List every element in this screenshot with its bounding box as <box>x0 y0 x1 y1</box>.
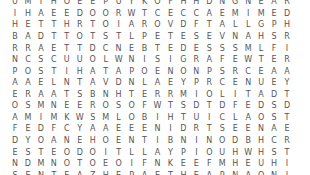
letter-cell-r7c7[interactable]: A <box>86 66 99 78</box>
letter-cell-r12c2[interactable]: E <box>21 124 34 136</box>
letter-cell-r9c5[interactable]: T <box>60 89 73 101</box>
letter-cell-r13c16[interactable]: N <box>203 135 216 147</box>
letter-cell-r4c3[interactable]: D <box>34 31 47 43</box>
letter-cell-r4c4[interactable]: T <box>47 31 60 43</box>
letter-cell-r4c17[interactable]: V <box>216 31 229 43</box>
letter-cell-r10c14[interactable]: S <box>177 101 190 113</box>
letter-cell-r7c1[interactable]: P <box>9 66 22 78</box>
letter-cell-r15c4[interactable]: N <box>47 158 60 170</box>
letter-cell-r15c6[interactable]: T <box>73 158 86 170</box>
letter-cell-r8c6[interactable]: T <box>73 77 86 89</box>
letter-cell-r9c16[interactable]: O <box>203 89 216 101</box>
letter-cell-r9c7[interactable]: B <box>86 89 99 101</box>
letter-cell-r9c12[interactable]: R <box>151 89 164 101</box>
letter-cell-r16c10[interactable]: P <box>125 170 138 175</box>
letter-cell-r11c7[interactable]: S <box>86 112 99 124</box>
letter-cell-r14c13[interactable]: Y <box>164 147 177 159</box>
letter-cell-r8c13[interactable]: E <box>164 77 177 89</box>
letter-cell-r11c17[interactable]: C <box>216 112 229 124</box>
letter-cell-r8c9[interactable]: D <box>112 77 125 89</box>
letter-cell-r11c5[interactable]: K <box>60 112 73 124</box>
letter-cell-r14c4[interactable]: E <box>47 147 60 159</box>
letter-cell-r3c10[interactable]: A <box>125 20 138 32</box>
letter-cell-r13c19[interactable]: B <box>242 135 255 147</box>
letter-cell-r14c14[interactable]: P <box>177 147 190 159</box>
letter-cell-r2c14[interactable]: C <box>177 8 190 20</box>
letter-cell-r3c9[interactable]: I <box>112 20 125 32</box>
letter-cell-r15c21[interactable]: H <box>268 158 281 170</box>
letter-cell-r6c3[interactable]: S <box>34 54 47 66</box>
letter-cell-r4c5[interactable]: T <box>60 31 73 43</box>
letter-cell-r2c16[interactable]: A <box>203 8 216 20</box>
letter-cell-r9c11[interactable]: E <box>138 89 151 101</box>
letter-cell-r6c21[interactable]: E <box>268 54 281 66</box>
letter-cell-r14c6[interactable]: D <box>73 147 86 159</box>
letter-cell-r2c21[interactable]: E <box>268 8 281 20</box>
letter-cell-r2c19[interactable]: I <box>242 8 255 20</box>
letter-cell-r11c15[interactable]: U <box>190 112 203 124</box>
letter-cell-r2c18[interactable]: M <box>229 8 242 20</box>
letter-cell-r6c6[interactable]: U <box>73 54 86 66</box>
letter-cell-r16c18[interactable]: N <box>229 170 242 175</box>
letter-cell-r11c8[interactable]: M <box>99 112 112 124</box>
letter-cell-r16c13[interactable]: T <box>164 170 177 175</box>
letter-cell-r6c8[interactable]: L <box>99 54 112 66</box>
letter-cell-r5c14[interactable]: D <box>177 43 190 55</box>
letter-cell-r8c8[interactable]: V <box>99 77 112 89</box>
letter-cell-r13c20[interactable]: H <box>255 135 268 147</box>
letter-cell-r6c14[interactable]: G <box>177 54 190 66</box>
letter-cell-r4c8[interactable]: S <box>99 31 112 43</box>
letter-cell-r10c5[interactable]: E <box>60 101 73 113</box>
letter-cell-r10c9[interactable]: S <box>112 101 125 113</box>
letter-cell-r1c22[interactable]: R <box>281 0 294 8</box>
letter-cell-r12c8[interactable]: A <box>99 124 112 136</box>
letter-cell-r1c21[interactable]: A <box>268 0 281 8</box>
letter-cell-r14c5[interactable]: O <box>60 147 73 159</box>
letter-cell-r8c11[interactable]: L <box>138 77 151 89</box>
letter-cell-r4c10[interactable]: L <box>125 31 138 43</box>
letter-cell-r1c12[interactable]: O <box>151 0 164 8</box>
letter-cell-r4c21[interactable]: S <box>268 31 281 43</box>
letter-cell-r3c3[interactable]: T <box>34 20 47 32</box>
letter-cell-r13c18[interactable]: D <box>229 135 242 147</box>
letter-cell-r2c6[interactable]: D <box>73 8 86 20</box>
letter-cell-r15c7[interactable]: O <box>86 158 99 170</box>
letter-cell-r11c11[interactable]: B <box>138 112 151 124</box>
letter-cell-r1c7[interactable]: E <box>86 0 99 8</box>
letter-cell-r6c18[interactable]: E <box>229 54 242 66</box>
letter-cell-r7c5[interactable]: I <box>60 66 73 78</box>
letter-cell-r8c22[interactable]: Y <box>281 77 294 89</box>
letter-cell-r9c9[interactable]: H <box>112 89 125 101</box>
letter-cell-r8c15[interactable]: P <box>190 77 203 89</box>
letter-cell-r5c1[interactable]: R <box>9 43 22 55</box>
letter-cell-r6c4[interactable]: C <box>47 54 60 66</box>
letter-cell-r11c12[interactable]: I <box>151 112 164 124</box>
letter-cell-r3c7[interactable]: T <box>86 20 99 32</box>
letter-cell-r3c5[interactable]: H <box>60 20 73 32</box>
letter-cell-r7c14[interactable]: O <box>177 66 190 78</box>
letter-cell-r13c9[interactable]: E <box>112 135 125 147</box>
letter-cell-r14c12[interactable]: A <box>151 147 164 159</box>
letter-cell-r13c17[interactable]: O <box>216 135 229 147</box>
letter-cell-r10c12[interactable]: W <box>151 101 164 113</box>
letter-cell-r11c19[interactable]: A <box>242 112 255 124</box>
letter-cell-r1c8[interactable]: P <box>99 0 112 8</box>
letter-cell-r1c4[interactable]: H <box>47 0 60 8</box>
letter-cell-r5c5[interactable]: T <box>60 43 73 55</box>
letter-cell-r16c3[interactable]: N <box>34 170 47 175</box>
letter-cell-r11c21[interactable]: S <box>268 112 281 124</box>
letter-cell-r4c12[interactable]: E <box>151 31 164 43</box>
letter-cell-r5c13[interactable]: E <box>164 43 177 55</box>
letter-cell-r6c11[interactable]: I <box>138 54 151 66</box>
letter-cell-r10c13[interactable]: T <box>164 101 177 113</box>
letter-cell-r12c11[interactable]: E <box>138 124 151 136</box>
letter-cell-r1c1[interactable]: U <box>9 0 22 8</box>
letter-cell-r5c2[interactable]: R <box>21 43 34 55</box>
letter-cell-r14c18[interactable]: H <box>229 147 242 159</box>
letter-cell-r13c4[interactable]: A <box>47 135 60 147</box>
letter-cell-r11c18[interactable]: L <box>229 112 242 124</box>
letter-cell-r7c16[interactable]: P <box>203 66 216 78</box>
letter-cell-r1c2[interactable]: M <box>21 0 34 8</box>
letter-cell-r3c11[interactable]: R <box>138 20 151 32</box>
letter-cell-r15c11[interactable]: F <box>138 158 151 170</box>
letter-cell-r8c19[interactable]: N <box>242 77 255 89</box>
letter-cell-r15c10[interactable]: I <box>125 158 138 170</box>
letter-cell-r8c5[interactable]: N <box>60 77 73 89</box>
letter-cell-r12c6[interactable]: Y <box>73 124 86 136</box>
letter-cell-r15c2[interactable]: D <box>21 158 34 170</box>
letter-cell-r2c22[interactable]: D <box>281 8 294 20</box>
letter-cell-r12c18[interactable]: E <box>229 124 242 136</box>
letter-cell-r5c8[interactable]: C <box>99 43 112 55</box>
letter-cell-r7c2[interactable]: O <box>21 66 34 78</box>
letter-cell-r13c21[interactable]: C <box>268 135 281 147</box>
letter-cell-r1c6[interactable]: E <box>73 0 86 8</box>
letter-cell-r1c18[interactable]: G <box>229 0 242 8</box>
letter-cell-r8c3[interactable]: E <box>34 77 47 89</box>
letter-cell-r9c3[interactable]: A <box>34 89 47 101</box>
letter-cell-r2c7[interactable]: O <box>86 8 99 20</box>
letter-cell-r10c17[interactable]: D <box>216 101 229 113</box>
letter-cell-r3c14[interactable]: D <box>177 20 190 32</box>
letter-cell-r13c22[interactable]: R <box>281 135 294 147</box>
letter-cell-r13c6[interactable]: E <box>73 135 86 147</box>
letter-cell-r5c17[interactable]: S <box>216 43 229 55</box>
letter-cell-r14c9[interactable]: T <box>112 147 125 159</box>
letter-cell-r16c21[interactable]: N <box>268 170 281 175</box>
letter-cell-r2c5[interactable]: E <box>60 8 73 20</box>
letter-cell-r9c4[interactable]: A <box>47 89 60 101</box>
letter-cell-r5c19[interactable]: M <box>242 43 255 55</box>
letter-cell-r2c10[interactable]: W <box>125 8 138 20</box>
letter-cell-r3c21[interactable]: P <box>268 20 281 32</box>
letter-cell-r6c1[interactable]: N <box>9 54 22 66</box>
letter-cell-r10c7[interactable]: R <box>86 101 99 113</box>
letter-cell-r16c2[interactable]: E <box>21 170 34 175</box>
letter-cell-r13c10[interactable]: N <box>125 135 138 147</box>
letter-cell-r13c15[interactable]: I <box>190 135 203 147</box>
letter-cell-r9c20[interactable]: A <box>255 89 268 101</box>
letter-cell-r1c14[interactable]: H <box>177 0 190 8</box>
letter-cell-r13c13[interactable]: B <box>164 135 177 147</box>
letter-cell-r16c19[interactable]: A <box>242 170 255 175</box>
letter-cell-r4c6[interactable]: O <box>73 31 86 43</box>
letter-cell-r11c10[interactable]: O <box>125 112 138 124</box>
letter-cell-r10c2[interactable]: S <box>21 101 34 113</box>
letter-cell-r6c7[interactable]: O <box>86 54 99 66</box>
letter-cell-r16c11[interactable]: A <box>138 170 151 175</box>
letter-cell-r12c13[interactable]: I <box>164 124 177 136</box>
letter-cell-r10c21[interactable]: S <box>268 101 281 113</box>
letter-cell-r13c8[interactable]: O <box>99 135 112 147</box>
letter-cell-r6c10[interactable]: N <box>125 54 138 66</box>
letter-cell-r8c1[interactable]: A <box>9 77 22 89</box>
letter-cell-r5c9[interactable]: N <box>112 43 125 55</box>
letter-cell-r6c15[interactable]: R <box>190 54 203 66</box>
letter-cell-r5c10[interactable]: E <box>125 43 138 55</box>
letter-cell-r3c4[interactable]: T <box>47 20 60 32</box>
letter-cell-r16c4[interactable]: T <box>47 170 60 175</box>
letter-cell-r12c4[interactable]: F <box>47 124 60 136</box>
letter-cell-r1c3[interactable]: I <box>34 0 47 8</box>
letter-cell-r4c16[interactable]: E <box>203 31 216 43</box>
letter-cell-r8c21[interactable]: E <box>268 77 281 89</box>
letter-cell-r1c16[interactable]: D <box>203 0 216 8</box>
letter-cell-r1c10[interactable]: Y <box>125 0 138 8</box>
letter-cell-r10c6[interactable]: E <box>73 101 86 113</box>
letter-cell-r2c1[interactable]: I <box>9 8 22 20</box>
letter-cell-r6c20[interactable]: T <box>255 54 268 66</box>
letter-cell-r11c6[interactable]: W <box>73 112 86 124</box>
letter-cell-r7c3[interactable]: S <box>34 66 47 78</box>
letter-cell-r5c16[interactable]: S <box>203 43 216 55</box>
letter-cell-r12c22[interactable]: E <box>281 124 294 136</box>
letter-cell-r8c17[interactable]: C <box>216 77 229 89</box>
letter-cell-r7c18[interactable]: R <box>229 66 242 78</box>
letter-cell-r11c22[interactable]: T <box>281 112 294 124</box>
letter-cell-r7c21[interactable]: A <box>268 66 281 78</box>
letter-cell-r10c16[interactable]: T <box>203 101 216 113</box>
letter-cell-r9c14[interactable]: M <box>177 89 190 101</box>
letter-cell-r9c1[interactable]: E <box>9 89 22 101</box>
letter-cell-r3c15[interactable]: F <box>190 20 203 32</box>
letter-cell-r2c17[interactable]: E <box>216 8 229 20</box>
letter-cell-r11c1[interactable]: A <box>9 112 22 124</box>
letter-cell-r5c12[interactable]: T <box>151 43 164 55</box>
letter-cell-r14c17[interactable]: U <box>216 147 229 159</box>
letter-cell-r11c9[interactable]: L <box>112 112 125 124</box>
letter-cell-r16c8[interactable]: H <box>99 170 112 175</box>
letter-cell-r11c3[interactable]: I <box>34 112 47 124</box>
letter-cell-r1c19[interactable]: N <box>242 0 255 8</box>
letter-cell-r16c1[interactable]: S <box>9 170 22 175</box>
letter-cell-r6c16[interactable]: A <box>203 54 216 66</box>
letter-cell-r5c20[interactable]: L <box>255 43 268 55</box>
letter-cell-r12c12[interactable]: N <box>151 124 164 136</box>
letter-cell-r3c20[interactable]: G <box>255 20 268 32</box>
letter-cell-r7c11[interactable]: O <box>138 66 151 78</box>
letter-cell-r1c20[interactable]: E <box>255 0 268 8</box>
letter-cell-r13c11[interactable]: T <box>138 135 151 147</box>
letter-cell-r12c21[interactable]: A <box>268 124 281 136</box>
letter-cell-r3c6[interactable]: R <box>73 20 86 32</box>
letter-cell-r9c19[interactable]: T <box>242 89 255 101</box>
letter-cell-r15c8[interactable]: E <box>99 158 112 170</box>
letter-cell-r8c12[interactable]: A <box>151 77 164 89</box>
letter-cell-r10c22[interactable]: D <box>281 101 294 113</box>
letter-cell-r9c8[interactable]: N <box>99 89 112 101</box>
letter-cell-r5c3[interactable]: A <box>34 43 47 55</box>
letter-cell-r2c15[interactable]: C <box>190 8 203 20</box>
letter-cell-r12c5[interactable]: C <box>60 124 73 136</box>
letter-cell-r4c14[interactable]: E <box>177 31 190 43</box>
letter-cell-r5c4[interactable]: E <box>47 43 60 55</box>
letter-cell-r2c9[interactable]: R <box>112 8 125 20</box>
letter-cell-r4c9[interactable]: T <box>112 31 125 43</box>
letter-cell-r6c22[interactable]: R <box>281 54 294 66</box>
letter-cell-r11c20[interactable]: O <box>255 112 268 124</box>
letter-cell-r7c10[interactable]: P <box>125 66 138 78</box>
letter-cell-r6c2[interactable]: C <box>21 54 34 66</box>
letter-cell-r10c8[interactable]: O <box>99 101 112 113</box>
letter-cell-r4c13[interactable]: T <box>164 31 177 43</box>
letter-cell-r8c7[interactable]: A <box>86 77 99 89</box>
letter-cell-r12c20[interactable]: N <box>255 124 268 136</box>
letter-cell-r9c13[interactable]: R <box>164 89 177 101</box>
letter-cell-r4c18[interactable]: N <box>229 31 242 43</box>
letter-cell-r14c7[interactable]: O <box>86 147 99 159</box>
letter-cell-r8c14[interactable]: Y <box>177 77 190 89</box>
letter-cell-r7c19[interactable]: C <box>242 66 255 78</box>
letter-cell-r13c3[interactable]: O <box>34 135 47 147</box>
letter-cell-r11c2[interactable]: M <box>21 112 34 124</box>
letter-cell-r5c15[interactable]: E <box>190 43 203 55</box>
letter-cell-r3c2[interactable]: E <box>21 20 34 32</box>
letter-cell-r6c12[interactable]: S <box>151 54 164 66</box>
letter-cell-r3c8[interactable]: O <box>99 20 112 32</box>
letter-cell-r9c15[interactable]: I <box>190 89 203 101</box>
letter-cell-r3c19[interactable]: L <box>242 20 255 32</box>
letter-cell-r16c15[interactable]: E <box>190 170 203 175</box>
letter-cell-r16c16[interactable]: A <box>203 170 216 175</box>
letter-cell-r16c14[interactable]: H <box>177 170 190 175</box>
letter-cell-r5c11[interactable]: B <box>138 43 151 55</box>
letter-cell-r9c22[interactable]: T <box>281 89 294 101</box>
letter-cell-r14c1[interactable]: E <box>9 147 22 159</box>
letter-cell-r14c10[interactable]: L <box>125 147 138 159</box>
letter-cell-r6c13[interactable]: I <box>164 54 177 66</box>
letter-cell-r12c16[interactable]: T <box>203 124 216 136</box>
letter-cell-r7c17[interactable]: S <box>216 66 229 78</box>
letter-cell-r15c17[interactable]: M <box>216 158 229 170</box>
letter-cell-r12c17[interactable]: S <box>216 124 229 136</box>
letter-cell-r3c13[interactable]: V <box>164 20 177 32</box>
letter-cell-r15c13[interactable]: K <box>164 158 177 170</box>
letter-cell-r1c5[interactable]: O <box>60 0 73 8</box>
letter-cell-r13c5[interactable]: N <box>60 135 73 147</box>
letter-cell-r12c14[interactable]: D <box>177 124 190 136</box>
letter-cell-r15c18[interactable]: H <box>229 158 242 170</box>
letter-cell-r16c17[interactable]: P <box>216 170 229 175</box>
letter-cell-r1c11[interactable]: K <box>138 0 151 8</box>
letter-cell-r14c3[interactable]: T <box>34 147 47 159</box>
letter-cell-r10c3[interactable]: M <box>34 101 47 113</box>
letter-cell-r11c16[interactable]: I <box>203 112 216 124</box>
letter-cell-r3c12[interactable]: O <box>151 20 164 32</box>
letter-cell-r12c10[interactable]: E <box>125 124 138 136</box>
letter-cell-r6c19[interactable]: W <box>242 54 255 66</box>
letter-cell-r15c3[interactable]: M <box>34 158 47 170</box>
letter-cell-r14c11[interactable]: L <box>138 147 151 159</box>
letter-cell-r3c16[interactable]: T <box>203 20 216 32</box>
letter-cell-r11c14[interactable]: T <box>177 112 190 124</box>
letter-cell-r1c17[interactable]: N <box>216 0 229 8</box>
letter-cell-r9c21[interactable]: D <box>268 89 281 101</box>
letter-cell-r10c4[interactable]: N <box>47 101 60 113</box>
letter-cell-r3c17[interactable]: A <box>216 20 229 32</box>
letter-cell-r13c12[interactable]: I <box>151 135 164 147</box>
letter-cell-r15c14[interactable]: E <box>177 158 190 170</box>
letter-cell-r4c15[interactable]: S <box>190 31 203 43</box>
letter-cell-r2c3[interactable]: A <box>34 8 47 20</box>
letter-cell-r7c8[interactable]: T <box>99 66 112 78</box>
letter-cell-r8c2[interactable]: A <box>21 77 34 89</box>
letter-cell-r7c13[interactable]: N <box>164 66 177 78</box>
letter-cell-r16c9[interactable]: E <box>112 170 125 175</box>
letter-cell-r5c6[interactable]: T <box>73 43 86 55</box>
letter-cell-r12c3[interactable]: D <box>34 124 47 136</box>
letter-cell-r15c19[interactable]: E <box>242 158 255 170</box>
letter-cell-r7c20[interactable]: E <box>255 66 268 78</box>
letter-cell-r7c22[interactable]: A <box>281 66 294 78</box>
letter-cell-r6c17[interactable]: F <box>216 54 229 66</box>
letter-cell-r9c6[interactable]: S <box>73 89 86 101</box>
letter-cell-r4c7[interactable]: T <box>86 31 99 43</box>
letter-cell-r3c22[interactable]: H <box>281 20 294 32</box>
letter-cell-r14c21[interactable]: S <box>268 147 281 159</box>
letter-cell-r7c15[interactable]: N <box>190 66 203 78</box>
letter-cell-r2c8[interactable]: O <box>99 8 112 20</box>
letter-cell-r16c6[interactable]: A <box>73 170 86 175</box>
letter-cell-r7c9[interactable]: A <box>112 66 125 78</box>
letter-cell-r10c11[interactable]: F <box>138 101 151 113</box>
letter-cell-r15c20[interactable]: U <box>255 158 268 170</box>
letter-cell-r12c1[interactable]: F <box>9 124 22 136</box>
letter-cell-r12c19[interactable]: E <box>242 124 255 136</box>
letter-cell-r14c19[interactable]: W <box>242 147 255 159</box>
letter-cell-r4c22[interactable]: R <box>281 31 294 43</box>
letter-cell-r9c10[interactable]: T <box>125 89 138 101</box>
letter-cell-r9c18[interactable]: I <box>229 89 242 101</box>
letter-cell-r14c20[interactable]: H <box>255 147 268 159</box>
letter-cell-r3c18[interactable]: L <box>229 20 242 32</box>
letter-cell-r2c2[interactable]: H <box>21 8 34 20</box>
letter-cell-r15c1[interactable]: N <box>9 158 22 170</box>
letter-cell-r2c13[interactable]: E <box>164 8 177 20</box>
letter-cell-r10c18[interactable]: F <box>229 101 242 113</box>
letter-cell-r10c1[interactable]: O <box>9 101 22 113</box>
letter-cell-r16c7[interactable]: Z <box>86 170 99 175</box>
letter-cell-r2c4[interactable]: E <box>47 8 60 20</box>
letter-cell-r4c20[interactable]: H <box>255 31 268 43</box>
letter-cell-r10c20[interactable]: D <box>255 101 268 113</box>
letter-cell-r13c1[interactable]: D <box>9 135 22 147</box>
letter-cell-r14c8[interactable]: I <box>99 147 112 159</box>
